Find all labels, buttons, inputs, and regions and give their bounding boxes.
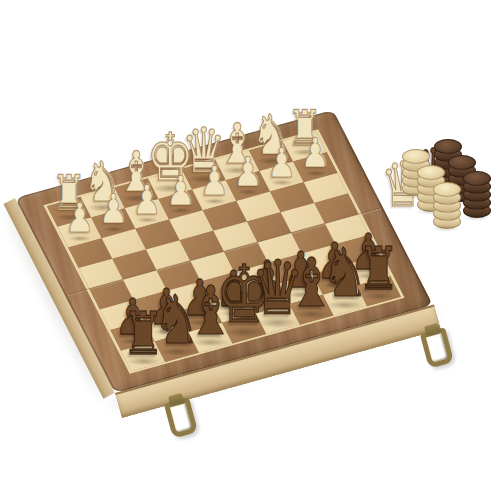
board-square: ♜ bbox=[357, 276, 401, 306]
dark-rook: ♜ bbox=[358, 239, 400, 298]
light-pawn: ♟ bbox=[301, 133, 330, 174]
light-checker bbox=[417, 189, 445, 204]
light-checker bbox=[433, 190, 461, 205]
light-pawn: ♟ bbox=[65, 199, 94, 240]
light-checker bbox=[402, 149, 430, 164]
spare-dark-queen: ♛ bbox=[412, 141, 454, 199]
dark-checker bbox=[448, 163, 476, 178]
light-checker bbox=[417, 181, 445, 196]
light-checker bbox=[402, 181, 430, 196]
dark-checker bbox=[448, 171, 476, 186]
light-checker bbox=[402, 165, 430, 180]
light-pawn: ♟ bbox=[233, 152, 262, 193]
light-pawn: ♟ bbox=[267, 143, 296, 184]
dark-checker bbox=[434, 171, 462, 186]
light-checker bbox=[433, 198, 461, 213]
light-checker bbox=[433, 206, 461, 221]
light-checker bbox=[417, 165, 445, 180]
dark-checker bbox=[463, 179, 491, 194]
light-pawn: ♟ bbox=[200, 161, 229, 202]
dark-checker bbox=[463, 187, 491, 202]
brass-clasp-right bbox=[420, 327, 454, 369]
light-checker bbox=[433, 182, 461, 197]
spare-light-queen: ♛ bbox=[381, 154, 425, 216]
dark-checker bbox=[434, 139, 462, 154]
dark-checker bbox=[463, 203, 491, 218]
light-pawn: ♟ bbox=[99, 189, 128, 230]
dark-checker bbox=[463, 171, 491, 186]
light-checker bbox=[417, 197, 445, 212]
dark-checker bbox=[434, 147, 462, 162]
dark-checker bbox=[448, 187, 476, 202]
light-checker bbox=[402, 157, 430, 172]
light-checker bbox=[402, 173, 430, 188]
dark-checker bbox=[434, 155, 462, 170]
product-photo: ♜♞♝♚♛♝♞♜♟♟♟♟♟♟♟♟♟♟♟♟♟♟♟♟♜♞♝♚♛♝♞♜ ♛ ♛ bbox=[0, 0, 500, 500]
light-checker bbox=[433, 214, 461, 229]
light-pawn: ♟ bbox=[132, 180, 161, 221]
dark-checker bbox=[448, 155, 476, 170]
dark-checker bbox=[463, 195, 491, 210]
light-pawn: ♟ bbox=[166, 171, 195, 212]
light-checker bbox=[417, 173, 445, 188]
brass-clasp-left bbox=[164, 397, 198, 439]
dark-checker bbox=[448, 179, 476, 194]
dark-checker bbox=[434, 163, 462, 178]
